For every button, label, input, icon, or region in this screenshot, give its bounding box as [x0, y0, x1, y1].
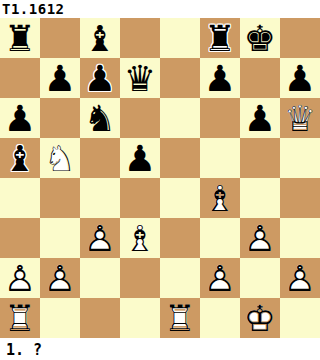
- white-pawn: ♟♙: [240, 218, 280, 258]
- square-a4[interactable]: [0, 178, 40, 218]
- square-g6[interactable]: ♟: [240, 98, 280, 138]
- square-c1[interactable]: [80, 298, 120, 338]
- square-f1[interactable]: [200, 298, 240, 338]
- square-b4[interactable]: [40, 178, 80, 218]
- square-f7[interactable]: ♟: [200, 58, 240, 98]
- square-c7[interactable]: ♟: [80, 58, 120, 98]
- black-knight: ♞: [80, 98, 120, 138]
- white-pawn: ♟♙: [280, 258, 320, 298]
- square-e4[interactable]: [160, 178, 200, 218]
- square-b6[interactable]: [40, 98, 80, 138]
- black-pawn: ♟: [200, 58, 240, 98]
- square-g7[interactable]: [240, 58, 280, 98]
- square-c3[interactable]: ♟♙: [80, 218, 120, 258]
- chess-board: ♜♝♜♚♟♟♛♟♟♟♞♟♛♕♝♞♘♟♝♗♟♙♝♗♟♙♟♙♟♙♟♙♟♙♜♖♜♖♚♔: [0, 18, 320, 338]
- square-h5[interactable]: [280, 138, 320, 178]
- black-bishop: ♝: [80, 18, 120, 58]
- square-f8[interactable]: ♜: [200, 18, 240, 58]
- black-queen: ♛: [120, 58, 160, 98]
- square-e6[interactable]: [160, 98, 200, 138]
- square-e3[interactable]: [160, 218, 200, 258]
- white-queen: ♛♕: [280, 98, 320, 138]
- square-e7[interactable]: [160, 58, 200, 98]
- square-d2[interactable]: [120, 258, 160, 298]
- square-g3[interactable]: ♟♙: [240, 218, 280, 258]
- square-b3[interactable]: [40, 218, 80, 258]
- black-pawn: ♟: [0, 98, 40, 138]
- square-h4[interactable]: [280, 178, 320, 218]
- square-c2[interactable]: [80, 258, 120, 298]
- square-f2[interactable]: ♟♙: [200, 258, 240, 298]
- square-b8[interactable]: [40, 18, 80, 58]
- square-h3[interactable]: [280, 218, 320, 258]
- square-d7[interactable]: ♛: [120, 58, 160, 98]
- black-rook: ♜: [200, 18, 240, 58]
- white-rook: ♜♖: [0, 298, 40, 338]
- black-pawn: ♟: [240, 98, 280, 138]
- black-king: ♚: [240, 18, 280, 58]
- square-f3[interactable]: [200, 218, 240, 258]
- square-a3[interactable]: [0, 218, 40, 258]
- square-h2[interactable]: ♟♙: [280, 258, 320, 298]
- square-b2[interactable]: ♟♙: [40, 258, 80, 298]
- square-e8[interactable]: [160, 18, 200, 58]
- square-d8[interactable]: [120, 18, 160, 58]
- square-c6[interactable]: ♞: [80, 98, 120, 138]
- square-a8[interactable]: ♜: [0, 18, 40, 58]
- square-c8[interactable]: ♝: [80, 18, 120, 58]
- square-h6[interactable]: ♛♕: [280, 98, 320, 138]
- square-a7[interactable]: [0, 58, 40, 98]
- square-e1[interactable]: ♜♖: [160, 298, 200, 338]
- square-h1[interactable]: [280, 298, 320, 338]
- square-g5[interactable]: [240, 138, 280, 178]
- square-a6[interactable]: ♟: [0, 98, 40, 138]
- square-g8[interactable]: ♚: [240, 18, 280, 58]
- square-d5[interactable]: ♟: [120, 138, 160, 178]
- square-b1[interactable]: [40, 298, 80, 338]
- square-g4[interactable]: [240, 178, 280, 218]
- white-rook: ♜♖: [160, 298, 200, 338]
- square-e5[interactable]: [160, 138, 200, 178]
- square-h7[interactable]: ♟: [280, 58, 320, 98]
- square-a2[interactable]: ♟♙: [0, 258, 40, 298]
- square-a5[interactable]: ♝: [0, 138, 40, 178]
- square-g2[interactable]: [240, 258, 280, 298]
- black-pawn: ♟: [80, 58, 120, 98]
- square-c4[interactable]: [80, 178, 120, 218]
- square-b7[interactable]: ♟: [40, 58, 80, 98]
- white-bishop: ♝♗: [200, 178, 240, 218]
- square-d3[interactable]: ♝♗: [120, 218, 160, 258]
- square-a1[interactable]: ♜♖: [0, 298, 40, 338]
- square-d6[interactable]: [120, 98, 160, 138]
- move-prompt: 1. ?: [0, 338, 320, 360]
- square-g1[interactable]: ♚♔: [240, 298, 280, 338]
- square-d4[interactable]: [120, 178, 160, 218]
- black-pawn: ♟: [40, 58, 80, 98]
- square-e2[interactable]: [160, 258, 200, 298]
- square-d1[interactable]: [120, 298, 160, 338]
- black-rook: ♜: [0, 18, 40, 58]
- square-h8[interactable]: [280, 18, 320, 58]
- square-f5[interactable]: [200, 138, 240, 178]
- white-bishop: ♝♗: [120, 218, 160, 258]
- black-bishop: ♝: [0, 138, 40, 178]
- white-pawn: ♟♙: [200, 258, 240, 298]
- black-pawn: ♟: [280, 58, 320, 98]
- black-pawn: ♟: [120, 138, 160, 178]
- white-king: ♚♔: [240, 298, 280, 338]
- square-f6[interactable]: [200, 98, 240, 138]
- white-pawn: ♟♙: [0, 258, 40, 298]
- square-c5[interactable]: [80, 138, 120, 178]
- white-pawn: ♟♙: [40, 258, 80, 298]
- square-b5[interactable]: ♞♘: [40, 138, 80, 178]
- white-knight: ♞♘: [40, 138, 80, 178]
- puzzle-id: T1.1612: [0, 0, 320, 18]
- square-f4[interactable]: ♝♗: [200, 178, 240, 218]
- white-pawn: ♟♙: [80, 218, 120, 258]
